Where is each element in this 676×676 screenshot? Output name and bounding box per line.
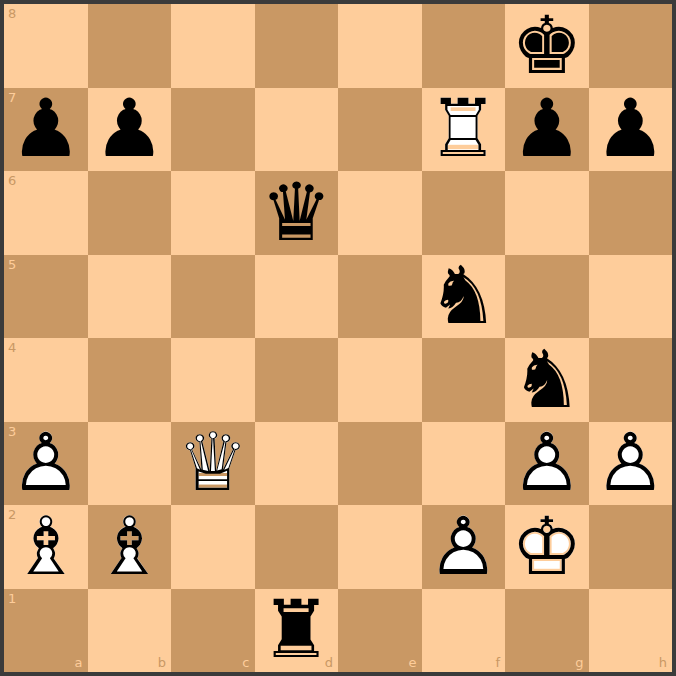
square-a8[interactable]: 8 [4,4,88,88]
square-h6[interactable] [589,171,673,255]
file-label-c: c [242,656,249,669]
square-e1[interactable]: e [338,589,422,673]
file-label-a: a [75,656,83,669]
white-bishop-outline-glyph: ♗ [88,505,172,589]
white-bishop-outline-glyph: ♗ [4,505,88,589]
rank-label-6: 6 [8,174,16,187]
piece-black-knight[interactable]: ♞ [505,338,589,422]
piece-white-bishop[interactable]: ♝♗ [88,505,172,589]
square-c4[interactable] [171,338,255,422]
rank-label-1: 1 [8,592,16,605]
square-c1[interactable]: c [171,589,255,673]
piece-black-king[interactable]: ♚ [505,4,589,88]
square-f7[interactable]: ♜♖ [422,88,506,172]
square-b2[interactable]: ♝♗ [88,505,172,589]
white-pawn-outline-glyph: ♙ [505,422,589,506]
square-d8[interactable] [255,4,339,88]
square-b7[interactable]: ♟ [88,88,172,172]
square-d1[interactable]: d♜ [255,589,339,673]
square-e2[interactable] [338,505,422,589]
rank-label-5: 5 [8,258,16,271]
square-a3[interactable]: 3♟♙ [4,422,88,506]
square-a4[interactable]: 4 [4,338,88,422]
square-d2[interactable] [255,505,339,589]
black-pawn-glyph: ♟ [88,88,172,172]
square-e7[interactable] [338,88,422,172]
square-e5[interactable] [338,255,422,339]
square-b8[interactable] [88,4,172,88]
square-c3[interactable]: ♛♕ [171,422,255,506]
square-g2[interactable]: ♚♔ [505,505,589,589]
piece-white-pawn[interactable]: ♟♙ [4,422,88,506]
white-pawn-outline-glyph: ♙ [422,505,506,589]
square-a6[interactable]: 6 [4,171,88,255]
square-h3[interactable]: ♟♙ [589,422,673,506]
file-label-h: h [659,656,667,669]
piece-black-pawn[interactable]: ♟ [4,88,88,172]
square-f1[interactable]: f [422,589,506,673]
square-f6[interactable] [422,171,506,255]
square-b1[interactable]: b [88,589,172,673]
piece-black-rook[interactable]: ♜ [255,589,339,673]
square-c7[interactable] [171,88,255,172]
piece-white-pawn[interactable]: ♟♙ [589,422,673,506]
black-rook-glyph: ♜ [255,589,339,673]
file-label-e: e [409,656,417,669]
white-queen-outline-glyph: ♕ [171,422,255,506]
black-pawn-glyph: ♟ [4,88,88,172]
piece-white-bishop[interactable]: ♝♗ [4,505,88,589]
square-h4[interactable] [589,338,673,422]
square-h2[interactable] [589,505,673,589]
file-label-g: g [575,656,583,669]
square-d7[interactable] [255,88,339,172]
square-b3[interactable] [88,422,172,506]
square-d3[interactable] [255,422,339,506]
square-g6[interactable] [505,171,589,255]
square-d4[interactable] [255,338,339,422]
piece-black-pawn[interactable]: ♟ [505,88,589,172]
black-pawn-glyph: ♟ [589,88,673,172]
white-rook-outline-glyph: ♖ [422,88,506,172]
piece-white-king[interactable]: ♚♔ [505,505,589,589]
square-e4[interactable] [338,338,422,422]
square-g1[interactable]: g [505,589,589,673]
square-a7[interactable]: 7♟ [4,88,88,172]
square-g7[interactable]: ♟ [505,88,589,172]
square-f8[interactable] [422,4,506,88]
black-queen-glyph: ♛ [255,171,339,255]
file-label-f: f [495,656,500,669]
piece-white-pawn[interactable]: ♟♙ [422,505,506,589]
square-g4[interactable]: ♞ [505,338,589,422]
white-pawn-outline-glyph: ♙ [589,422,673,506]
piece-black-pawn[interactable]: ♟ [88,88,172,172]
file-label-b: b [158,656,166,669]
square-f3[interactable] [422,422,506,506]
black-knight-glyph: ♞ [422,255,506,339]
square-c6[interactable] [171,171,255,255]
square-h7[interactable]: ♟ [589,88,673,172]
square-g5[interactable] [505,255,589,339]
square-c5[interactable] [171,255,255,339]
square-b4[interactable] [88,338,172,422]
square-f2[interactable]: ♟♙ [422,505,506,589]
black-pawn-glyph: ♟ [505,88,589,172]
white-pawn-outline-glyph: ♙ [4,422,88,506]
piece-black-queen[interactable]: ♛ [255,171,339,255]
square-g3[interactable]: ♟♙ [505,422,589,506]
square-a5[interactable]: 5 [4,255,88,339]
square-h8[interactable] [589,4,673,88]
square-e8[interactable] [338,4,422,88]
white-king-outline-glyph: ♔ [505,505,589,589]
square-b5[interactable] [88,255,172,339]
square-d5[interactable] [255,255,339,339]
rank-label-8: 8 [8,7,16,20]
square-h5[interactable] [589,255,673,339]
square-d6[interactable]: ♛ [255,171,339,255]
square-h1[interactable]: h [589,589,673,673]
square-f5[interactable]: ♞ [422,255,506,339]
black-king-glyph: ♚ [505,4,589,88]
piece-black-pawn[interactable]: ♟ [589,88,673,172]
square-g8[interactable]: ♚ [505,4,589,88]
square-a2[interactable]: 2♝♗ [4,505,88,589]
square-e3[interactable] [338,422,422,506]
piece-white-rook[interactable]: ♜♖ [422,88,506,172]
square-e6[interactable] [338,171,422,255]
rank-label-4: 4 [8,341,16,354]
piece-white-pawn[interactable]: ♟♙ [505,422,589,506]
square-a1[interactable]: 1a [4,589,88,673]
square-c8[interactable] [171,4,255,88]
black-knight-glyph: ♞ [505,338,589,422]
piece-black-knight[interactable]: ♞ [422,255,506,339]
square-b6[interactable] [88,171,172,255]
chess-board: 8♚7♟♟♜♖♟♟6♛5♞4♞3♟♙♛♕♟♙♟♙2♝♗♝♗♟♙♚♔1abcd♜e… [4,4,672,672]
square-c2[interactable] [171,505,255,589]
square-f4[interactable] [422,338,506,422]
piece-white-queen[interactable]: ♛♕ [171,422,255,506]
chess-board-frame: 8♚7♟♟♜♖♟♟6♛5♞4♞3♟♙♛♕♟♙♟♙2♝♗♝♗♟♙♚♔1abcd♜e… [0,0,676,676]
